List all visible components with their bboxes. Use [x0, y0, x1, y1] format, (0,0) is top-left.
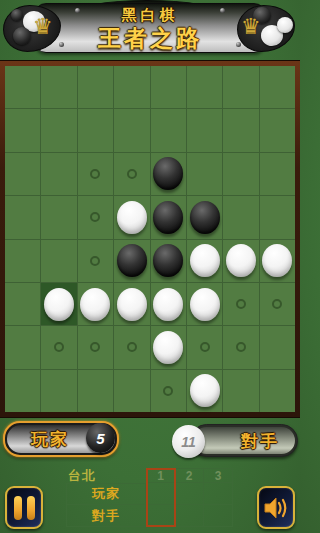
board-cell	[151, 109, 186, 151]
speaker-icon	[263, 496, 289, 520]
opponent-label: 對手	[241, 429, 279, 452]
scoreboard: 台北 1 2 3 玩家 對手	[66, 468, 233, 527]
board-cell[interactable]	[223, 283, 258, 325]
crown-icon: ♛	[33, 16, 53, 38]
legal-move-hint[interactable]	[127, 169, 137, 179]
score-cell	[146, 483, 175, 505]
board-cell	[260, 240, 295, 282]
board-cell	[223, 66, 258, 108]
board-cell[interactable]	[187, 326, 222, 368]
board-cell	[223, 109, 258, 151]
black-disc-icon	[13, 27, 31, 45]
pause-icon	[14, 496, 35, 520]
board-cell	[41, 283, 76, 325]
board-cell	[41, 370, 76, 412]
board-cell	[151, 326, 186, 368]
board-cell	[114, 66, 149, 108]
score-cell	[175, 505, 204, 527]
board-cell	[223, 153, 258, 195]
white-disc-icon	[277, 17, 293, 33]
board-cell[interactable]	[260, 283, 295, 325]
board-cell[interactable]	[78, 326, 113, 368]
board-cell[interactable]	[78, 153, 113, 195]
board-cell	[5, 153, 40, 195]
legal-move-hint[interactable]	[127, 342, 137, 352]
board-cell	[41, 153, 76, 195]
opponent-panel: 對手	[190, 424, 298, 457]
board-cell	[78, 66, 113, 108]
board-frame	[0, 60, 300, 418]
board-cell	[187, 109, 222, 151]
board-cell[interactable]	[78, 240, 113, 282]
board-cell[interactable]	[41, 326, 76, 368]
title-banner: 黑白棋 王者之路 ♛ ♛	[0, 0, 300, 58]
board-cell	[114, 283, 149, 325]
board-cell	[187, 370, 222, 412]
legal-move-hint[interactable]	[90, 212, 100, 222]
white-disc	[262, 244, 292, 277]
board-cell[interactable]	[78, 196, 113, 238]
opponent-score-disc: 11	[172, 425, 205, 458]
board-cell[interactable]	[151, 370, 186, 412]
white-disc	[190, 374, 220, 407]
board-cell	[41, 109, 76, 151]
board-cell	[114, 370, 149, 412]
banner-left-endcap: ♛	[1, 3, 65, 55]
black-disc	[153, 201, 183, 234]
black-disc	[117, 244, 147, 277]
score-cell	[204, 483, 233, 505]
white-disc	[117, 288, 147, 321]
board-cell	[187, 153, 222, 195]
white-disc	[226, 244, 256, 277]
board-cell	[5, 240, 40, 282]
round-header: 3	[204, 468, 233, 483]
board-cell	[151, 196, 186, 238]
white-disc	[153, 288, 183, 321]
board-cell	[5, 66, 40, 108]
legal-move-hint[interactable]	[272, 299, 282, 309]
board-cell	[5, 109, 40, 151]
board-cell[interactable]	[223, 326, 258, 368]
legal-move-hint[interactable]	[236, 299, 246, 309]
score-row-opponent-label: 對手	[66, 505, 146, 527]
board-cell[interactable]	[114, 326, 149, 368]
white-disc	[153, 331, 183, 364]
board-cell	[78, 109, 113, 151]
board-cell	[260, 153, 295, 195]
score-cell	[146, 505, 175, 527]
legal-move-hint[interactable]	[236, 342, 246, 352]
board-cell	[151, 153, 186, 195]
white-disc	[117, 201, 147, 234]
board-cell[interactable]	[114, 153, 149, 195]
black-disc	[190, 201, 220, 234]
pause-button[interactable]	[5, 486, 43, 529]
board-cell	[5, 196, 40, 238]
banner-right-endcap: ♛	[235, 3, 299, 55]
crown-icon: ♛	[241, 16, 261, 38]
board-cell	[260, 66, 295, 108]
board-cell	[151, 283, 186, 325]
board-cell	[260, 109, 295, 151]
board-cell	[41, 196, 76, 238]
legal-move-hint[interactable]	[54, 342, 64, 352]
white-disc	[190, 244, 220, 277]
sound-button[interactable]	[257, 486, 295, 529]
board-grid	[5, 66, 295, 412]
board-cell	[78, 283, 113, 325]
black-disc-icon	[11, 9, 23, 21]
board-cell	[223, 240, 258, 282]
score-cell	[204, 505, 233, 527]
score-cell	[175, 483, 204, 505]
board-cell	[260, 370, 295, 412]
legal-move-hint[interactable]	[163, 386, 173, 396]
board-cell	[5, 283, 40, 325]
legal-move-hint[interactable]	[90, 169, 100, 179]
round-header: 2	[175, 468, 204, 483]
black-disc	[153, 244, 183, 277]
board-cell	[260, 196, 295, 238]
board-cell	[223, 370, 258, 412]
black-disc	[153, 157, 183, 190]
score-row-player-label: 玩家	[66, 483, 146, 505]
legal-move-hint[interactable]	[200, 342, 210, 352]
board-cell	[223, 196, 258, 238]
board-cell	[114, 240, 149, 282]
legal-move-hint[interactable]	[90, 342, 100, 352]
round-header: 1	[146, 468, 175, 483]
board-cell	[187, 196, 222, 238]
white-disc	[44, 288, 74, 321]
board-cell	[5, 326, 40, 368]
board-cell	[41, 66, 76, 108]
board-cell	[114, 109, 149, 151]
board-cell	[41, 240, 76, 282]
white-disc	[190, 288, 220, 321]
white-disc	[80, 288, 110, 321]
legal-move-hint[interactable]	[90, 256, 100, 266]
board-cell	[5, 370, 40, 412]
location-label: 台北	[66, 468, 146, 483]
board-cell	[114, 196, 149, 238]
player-label: 玩家	[31, 428, 69, 451]
board-cell	[187, 240, 222, 282]
board-cell	[260, 326, 295, 368]
board-cell	[187, 66, 222, 108]
board-cell	[187, 283, 222, 325]
player-score-disc: 5	[86, 423, 115, 453]
board-cell	[151, 240, 186, 282]
board-cell	[78, 370, 113, 412]
board-cell	[151, 66, 186, 108]
